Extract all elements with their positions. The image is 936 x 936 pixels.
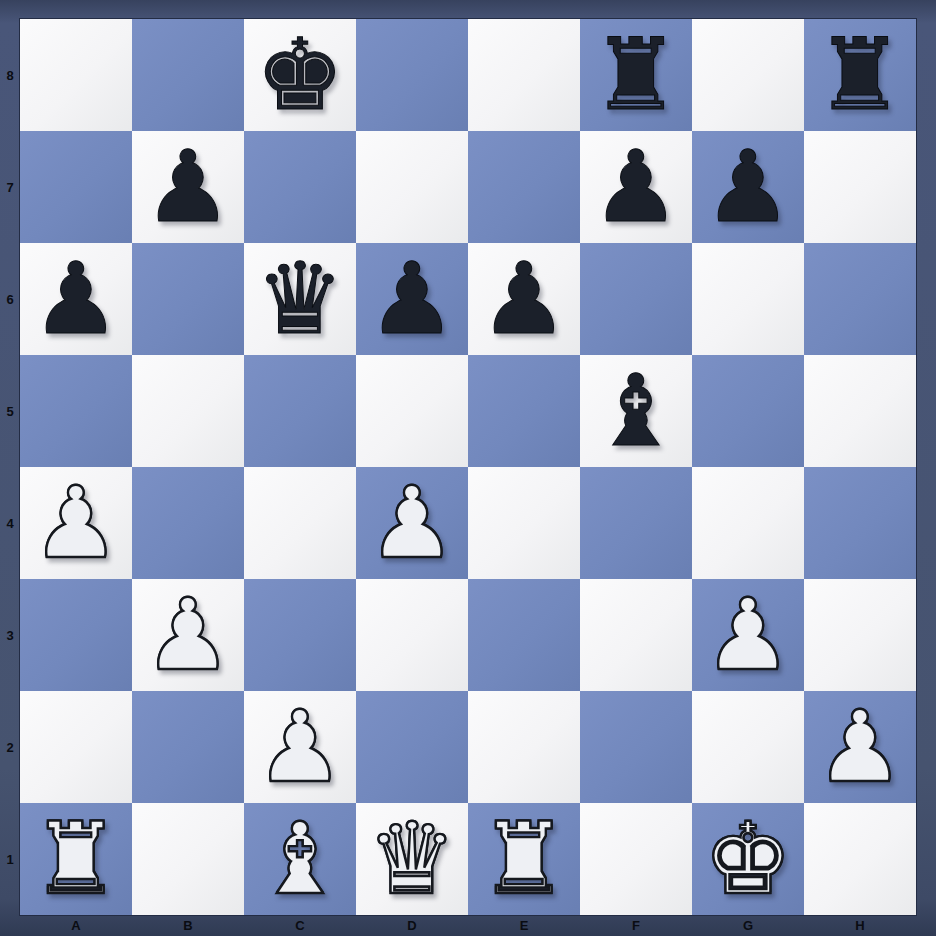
square-a6[interactable]: ♟ (20, 243, 132, 355)
square-a3[interactable] (20, 579, 132, 691)
rank-label-4: 4 (0, 467, 20, 579)
piece-white-rook[interactable]: ♜ (480, 803, 569, 915)
square-b1[interactable] (132, 803, 244, 915)
square-g2[interactable] (692, 691, 804, 803)
piece-white-pawn[interactable]: ♟ (32, 467, 121, 579)
piece-black-pawn[interactable]: ♟ (368, 243, 457, 355)
piece-black-king[interactable]: ♚ (256, 19, 345, 131)
square-f8[interactable]: ♜ (580, 19, 692, 131)
square-e7[interactable] (468, 131, 580, 243)
square-b2[interactable] (132, 691, 244, 803)
square-g3[interactable]: ♟ (692, 579, 804, 691)
square-h8[interactable]: ♜ (804, 19, 916, 131)
square-e6[interactable]: ♟ (468, 243, 580, 355)
square-g1[interactable]: ♚ (692, 803, 804, 915)
rank-label-6: 6 (0, 243, 20, 355)
square-c7[interactable] (244, 131, 356, 243)
square-d5[interactable] (356, 355, 468, 467)
file-label-c: C (244, 915, 356, 936)
piece-black-queen[interactable]: ♛ (256, 243, 345, 355)
square-f4[interactable] (580, 467, 692, 579)
square-b4[interactable] (132, 467, 244, 579)
square-c4[interactable] (244, 467, 356, 579)
square-a5[interactable] (20, 355, 132, 467)
square-e2[interactable] (468, 691, 580, 803)
piece-black-pawn[interactable]: ♟ (144, 131, 233, 243)
piece-black-rook[interactable]: ♜ (816, 19, 905, 131)
rank-label-7: 7 (0, 131, 20, 243)
square-c2[interactable]: ♟ (244, 691, 356, 803)
square-g7[interactable]: ♟ (692, 131, 804, 243)
file-label-f: F (580, 915, 692, 936)
square-b7[interactable]: ♟ (132, 131, 244, 243)
rank-coordinates: 87654321 (0, 19, 20, 915)
piece-black-bishop[interactable]: ♝ (592, 355, 681, 467)
piece-black-rook[interactable]: ♜ (592, 19, 681, 131)
piece-white-king[interactable]: ♚ (704, 803, 793, 915)
file-label-d: D (356, 915, 468, 936)
square-d8[interactable] (356, 19, 468, 131)
square-e4[interactable] (468, 467, 580, 579)
square-d3[interactable] (356, 579, 468, 691)
square-b6[interactable] (132, 243, 244, 355)
square-d6[interactable]: ♟ (356, 243, 468, 355)
square-b5[interactable] (132, 355, 244, 467)
square-h6[interactable] (804, 243, 916, 355)
square-a2[interactable] (20, 691, 132, 803)
piece-black-pawn[interactable]: ♟ (704, 131, 793, 243)
square-f7[interactable]: ♟ (580, 131, 692, 243)
square-h2[interactable]: ♟ (804, 691, 916, 803)
square-b3[interactable]: ♟ (132, 579, 244, 691)
square-a4[interactable]: ♟ (20, 467, 132, 579)
square-c1[interactable]: ♝ (244, 803, 356, 915)
square-h5[interactable] (804, 355, 916, 467)
square-c5[interactable] (244, 355, 356, 467)
board-frame: 87654321 ABCDEFGH ♚♜♜♟♟♟♟♛♟♟♝♟♟♟♟♟♟♜♝♛♜♚ (0, 0, 936, 936)
rank-label-8: 8 (0, 19, 20, 131)
square-c6[interactable]: ♛ (244, 243, 356, 355)
file-label-h: H (804, 915, 916, 936)
piece-white-pawn[interactable]: ♟ (144, 579, 233, 691)
rank-label-5: 5 (0, 355, 20, 467)
square-e1[interactable]: ♜ (468, 803, 580, 915)
square-f3[interactable] (580, 579, 692, 691)
piece-white-pawn[interactable]: ♟ (368, 467, 457, 579)
square-h3[interactable] (804, 579, 916, 691)
piece-white-pawn[interactable]: ♟ (256, 691, 345, 803)
square-e8[interactable] (468, 19, 580, 131)
piece-black-pawn[interactable]: ♟ (32, 243, 121, 355)
rank-label-3: 3 (0, 579, 20, 691)
piece-white-pawn[interactable]: ♟ (704, 579, 793, 691)
square-a8[interactable] (20, 19, 132, 131)
piece-white-bishop[interactable]: ♝ (256, 803, 345, 915)
square-e3[interactable] (468, 579, 580, 691)
file-coordinates: ABCDEFGH (20, 915, 916, 936)
piece-black-pawn[interactable]: ♟ (592, 131, 681, 243)
square-f2[interactable] (580, 691, 692, 803)
square-d4[interactable]: ♟ (356, 467, 468, 579)
square-d7[interactable] (356, 131, 468, 243)
square-c8[interactable]: ♚ (244, 19, 356, 131)
square-h4[interactable] (804, 467, 916, 579)
square-b8[interactable] (132, 19, 244, 131)
piece-white-rook[interactable]: ♜ (32, 803, 121, 915)
square-h1[interactable] (804, 803, 916, 915)
square-g8[interactable] (692, 19, 804, 131)
file-label-a: A (20, 915, 132, 936)
square-f1[interactable] (580, 803, 692, 915)
square-g6[interactable] (692, 243, 804, 355)
square-g5[interactable] (692, 355, 804, 467)
rank-label-2: 2 (0, 691, 20, 803)
file-label-e: E (468, 915, 580, 936)
square-g4[interactable] (692, 467, 804, 579)
square-d1[interactable]: ♛ (356, 803, 468, 915)
chess-board: ♚♜♜♟♟♟♟♛♟♟♝♟♟♟♟♟♟♜♝♛♜♚ (20, 19, 916, 915)
square-e5[interactable] (468, 355, 580, 467)
file-label-b: B (132, 915, 244, 936)
square-c3[interactable] (244, 579, 356, 691)
square-a1[interactable]: ♜ (20, 803, 132, 915)
square-f6[interactable] (580, 243, 692, 355)
square-d2[interactable] (356, 691, 468, 803)
rank-label-1: 1 (0, 803, 20, 915)
file-label-g: G (692, 915, 804, 936)
piece-black-pawn[interactable]: ♟ (480, 243, 569, 355)
piece-white-queen[interactable]: ♛ (368, 803, 457, 915)
piece-white-pawn[interactable]: ♟ (816, 691, 905, 803)
square-f5[interactable]: ♝ (580, 355, 692, 467)
square-a7[interactable] (20, 131, 132, 243)
square-h7[interactable] (804, 131, 916, 243)
